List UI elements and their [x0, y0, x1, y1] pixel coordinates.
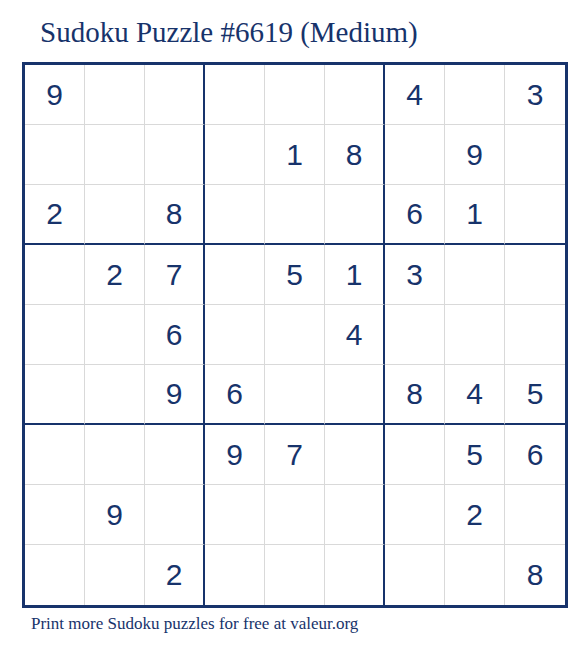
cell-r5c2	[85, 305, 145, 365]
cell-r2c2	[85, 125, 145, 185]
cell-r2c4	[205, 125, 265, 185]
cell-r6c2	[85, 365, 145, 425]
cell-r6c7: 8	[385, 365, 445, 425]
cell-r5c9	[505, 305, 565, 365]
cell-r5c1	[25, 305, 85, 365]
cell-r4c2: 2	[85, 245, 145, 305]
cell-r3c1: 2	[25, 185, 85, 245]
cell-r7c5: 7	[265, 425, 325, 485]
sudoku-page: Sudoku Puzzle #6619 (Medium) 94318928612…	[0, 0, 574, 651]
cell-r8c4	[205, 485, 265, 545]
cell-r6c8: 4	[445, 365, 505, 425]
cell-r3c6	[325, 185, 385, 245]
cell-r1c6	[325, 65, 385, 125]
page-title: Sudoku Puzzle #6619 (Medium)	[40, 16, 418, 49]
cell-r8c2: 9	[85, 485, 145, 545]
cell-r9c5	[265, 545, 325, 605]
cell-r7c2	[85, 425, 145, 485]
cell-r1c7: 4	[385, 65, 445, 125]
cell-r4c6: 1	[325, 245, 385, 305]
cell-r3c9	[505, 185, 565, 245]
cell-r1c8	[445, 65, 505, 125]
cell-r2c3	[145, 125, 205, 185]
cell-r6c4: 6	[205, 365, 265, 425]
cell-r8c8: 2	[445, 485, 505, 545]
cell-r3c8: 1	[445, 185, 505, 245]
cell-r6c5	[265, 365, 325, 425]
cell-r2c6: 8	[325, 125, 385, 185]
cell-r4c5: 5	[265, 245, 325, 305]
cell-r1c5	[265, 65, 325, 125]
cell-r4c1	[25, 245, 85, 305]
cell-r6c6	[325, 365, 385, 425]
cell-r7c4: 9	[205, 425, 265, 485]
cell-r5c4	[205, 305, 265, 365]
cell-r5c8	[445, 305, 505, 365]
cell-r3c5	[265, 185, 325, 245]
cell-r9c6	[325, 545, 385, 605]
cell-r9c1	[25, 545, 85, 605]
cell-r7c3	[145, 425, 205, 485]
cell-r1c9: 3	[505, 65, 565, 125]
cell-r5c5	[265, 305, 325, 365]
cell-r4c3: 7	[145, 245, 205, 305]
cell-r1c3	[145, 65, 205, 125]
cell-r3c3: 8	[145, 185, 205, 245]
cell-r8c7	[385, 485, 445, 545]
cell-r2c9	[505, 125, 565, 185]
cell-r7c8: 5	[445, 425, 505, 485]
cell-r2c7	[385, 125, 445, 185]
cell-r2c8: 9	[445, 125, 505, 185]
cell-r7c6	[325, 425, 385, 485]
cell-r8c6	[325, 485, 385, 545]
sudoku-board: 943189286127513649684597569228	[22, 62, 568, 608]
cell-r7c9: 6	[505, 425, 565, 485]
cell-r9c4	[205, 545, 265, 605]
cell-r8c1	[25, 485, 85, 545]
cell-r5c7	[385, 305, 445, 365]
cell-r7c7	[385, 425, 445, 485]
cell-r3c2	[85, 185, 145, 245]
cell-r6c3: 9	[145, 365, 205, 425]
cell-r5c3: 6	[145, 305, 205, 365]
cell-r2c1	[25, 125, 85, 185]
cell-r6c9: 5	[505, 365, 565, 425]
cell-r2c5: 1	[265, 125, 325, 185]
cell-r1c4	[205, 65, 265, 125]
cell-r3c7: 6	[385, 185, 445, 245]
cell-r4c9	[505, 245, 565, 305]
cell-r9c7	[385, 545, 445, 605]
cell-r1c1: 9	[25, 65, 85, 125]
cell-r6c1	[25, 365, 85, 425]
cell-r5c6: 4	[325, 305, 385, 365]
cell-r8c3	[145, 485, 205, 545]
cell-r9c2	[85, 545, 145, 605]
cell-r1c2	[85, 65, 145, 125]
cell-r4c8	[445, 245, 505, 305]
cell-r9c8	[445, 545, 505, 605]
cell-r8c5	[265, 485, 325, 545]
cell-r9c9: 8	[505, 545, 565, 605]
cell-r4c7: 3	[385, 245, 445, 305]
cell-r4c4	[205, 245, 265, 305]
cell-r3c4	[205, 185, 265, 245]
cell-r8c9	[505, 485, 565, 545]
cell-r9c3: 2	[145, 545, 205, 605]
footer-text: Print more Sudoku puzzles for free at va…	[31, 614, 358, 634]
cell-r7c1	[25, 425, 85, 485]
